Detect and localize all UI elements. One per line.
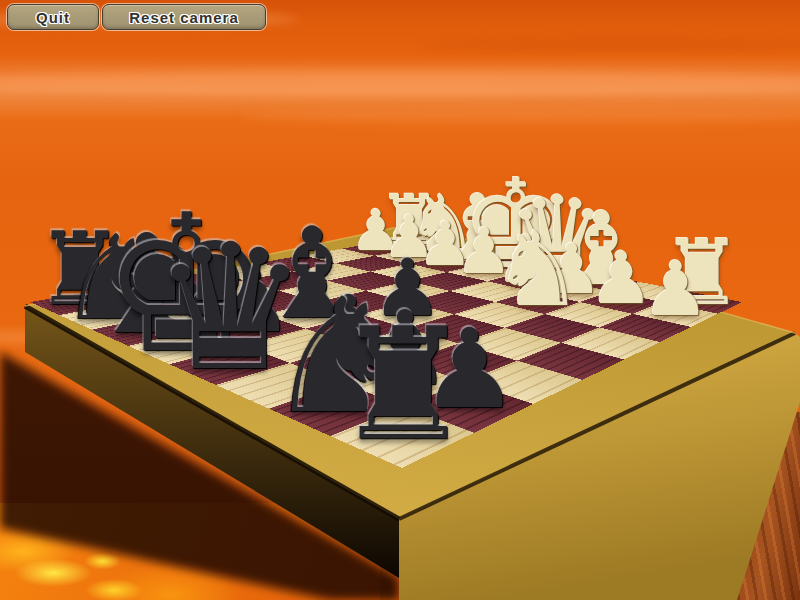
game-window: ♜♞♛♚♝♞♜♟♟♟♟♟♟♟♝♟♞♟♟♟♟♟♟♟♟♜♝♛♚♝♞♜ Quit Re… xyxy=(0,0,800,600)
quit-button[interactable]: Quit xyxy=(7,4,99,30)
piece-black-rook-a8[interactable]: ♜ xyxy=(334,307,473,462)
quit-button-label: Quit xyxy=(36,9,70,26)
piece-white-pawn-a2[interactable]: ♟ xyxy=(642,252,710,327)
reset-camera-button[interactable]: Reset camera xyxy=(102,4,266,30)
reset-camera-button-label: Reset camera xyxy=(129,9,239,26)
